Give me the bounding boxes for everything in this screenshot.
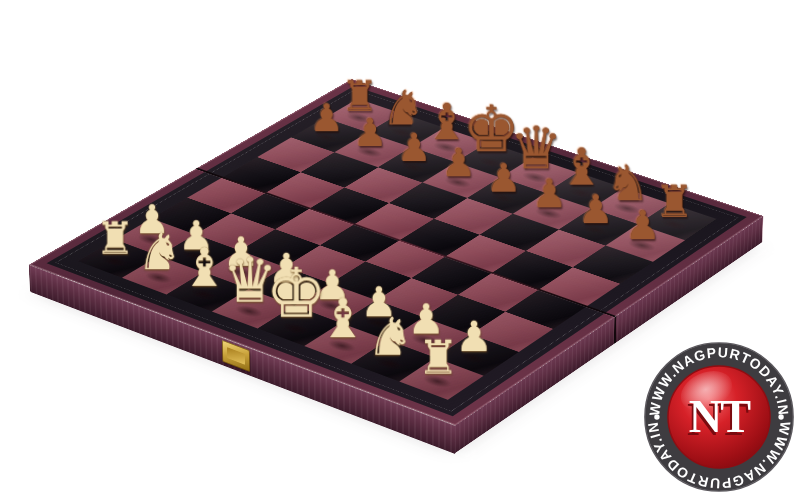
piece-black-pawn-h7: ♟ <box>624 205 660 245</box>
piece-white-pawn-h2: ♟ <box>455 315 493 357</box>
square-g6 <box>526 230 606 268</box>
piece-white-bishop-f1: ♝ <box>318 291 367 345</box>
watermark-monogram: NT <box>689 391 751 442</box>
separator-dot-right <box>778 414 783 419</box>
piece-white-king-e1: ♚ <box>265 260 326 328</box>
piece-black-pawn-d7: ♟ <box>441 143 476 182</box>
piece-black-pawn-e7: ♟ <box>486 158 521 197</box>
piece-white-rook-a1: ♜ <box>95 216 135 260</box>
piece-black-pawn-f7: ♟ <box>531 174 566 214</box>
piece-black-pawn-b7: ♟ <box>352 113 387 152</box>
chess-product-photo: ♜♞♝♚♛♝♞♜♟♟♟♟♟♟♟♟♟♟♟♟♟♟♟♟♜♞♝♛♚♝♞♜ WWW.NAG… <box>0 0 800 500</box>
piece-black-pawn-c7: ♟ <box>396 128 431 167</box>
nagpurtoday-watermark: WWW.NAGPURTODAY.IN WWW.NAGPURTODAY.IN NT… <box>642 340 796 494</box>
piece-black-pawn-a7: ♟ <box>309 99 343 137</box>
piece-white-knight-b1: ♞ <box>136 226 182 277</box>
piece-white-knight-g1: ♞ <box>366 311 413 364</box>
square-h7: ♟ <box>606 224 685 262</box>
piece-white-rook-h1: ♜ <box>417 334 459 381</box>
board-grid: ♜♞♝♚♛♝♞♜♟♟♟♟♟♟♟♟♟♟♟♟♟♟♟♟♜♞♝♛♚♝♞♜ <box>78 99 717 400</box>
piece-white-bishop-c1: ♝ <box>180 241 228 294</box>
separator-dot-left <box>654 414 659 419</box>
brass-clasp-plate <box>227 347 245 365</box>
piece-black-pawn-g7: ♟ <box>577 189 613 229</box>
